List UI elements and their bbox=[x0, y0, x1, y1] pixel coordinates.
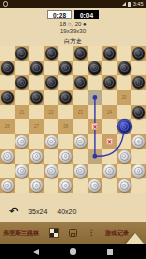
black-piece-sq8[interactable] bbox=[59, 61, 72, 74]
game-header: 0:28 0:04 18 ○, 20 ● 19x39x30 白方走 bbox=[0, 8, 146, 46]
white-piece-sq38[interactable] bbox=[59, 150, 72, 163]
light-square bbox=[15, 61, 30, 76]
black-clock: 0:04 bbox=[74, 10, 99, 19]
white-piece-sq32[interactable] bbox=[45, 135, 58, 148]
black-piece-sq12[interactable] bbox=[45, 76, 58, 89]
light-square bbox=[117, 75, 132, 90]
light-square bbox=[131, 119, 146, 134]
square-number: 26 bbox=[0, 119, 15, 134]
light-square bbox=[29, 46, 44, 61]
light-square bbox=[44, 119, 59, 134]
move-option-2[interactable]: 40x20 bbox=[57, 208, 76, 215]
light-square bbox=[117, 105, 132, 120]
light-square bbox=[0, 164, 15, 179]
square-number: 28 bbox=[58, 119, 73, 134]
white-clock: 0:28 bbox=[47, 10, 72, 19]
home-icon[interactable] bbox=[70, 248, 77, 255]
black-piece-sq9[interactable] bbox=[88, 61, 101, 74]
white-piece-sq50[interactable] bbox=[118, 179, 131, 192]
recents-icon[interactable] bbox=[107, 249, 113, 255]
undo-button[interactable]: ↶ bbox=[9, 207, 18, 216]
signal-icon bbox=[122, 2, 126, 6]
square-23[interactable]: 23 bbox=[73, 105, 88, 120]
light-square bbox=[44, 61, 59, 76]
light-square bbox=[131, 149, 146, 164]
light-square bbox=[29, 75, 44, 90]
square-24[interactable]: 24 bbox=[102, 105, 117, 120]
battery-icon bbox=[128, 2, 131, 7]
square-number: 20 bbox=[117, 90, 132, 105]
light-square bbox=[102, 149, 117, 164]
square-number: 24 bbox=[102, 105, 117, 120]
white-piece-sq43[interactable] bbox=[74, 164, 87, 177]
status-clock: 3:45 bbox=[133, 1, 144, 7]
square-22[interactable]: 22 bbox=[44, 105, 59, 120]
black-piece-sq10[interactable] bbox=[118, 61, 131, 74]
black-piece-sq3[interactable] bbox=[74, 47, 87, 60]
light-square bbox=[88, 105, 103, 120]
status-bar: 3:45 bbox=[0, 0, 146, 8]
light-square bbox=[58, 164, 73, 179]
white-piece-sq45[interactable] bbox=[132, 164, 145, 177]
white-piece-sq33[interactable] bbox=[74, 135, 87, 148]
light-square bbox=[73, 119, 88, 134]
light-square bbox=[117, 46, 132, 61]
bottom-app-bar: 弗里斯兰跳棋 ⋮ 游戏记录 bbox=[0, 222, 146, 244]
light-square bbox=[58, 134, 73, 149]
black-piece-sq2[interactable] bbox=[45, 47, 58, 60]
overflow-menu-icon[interactable]: ⋮ bbox=[87, 229, 95, 237]
light-square bbox=[15, 149, 30, 164]
light-square bbox=[0, 134, 15, 149]
light-square bbox=[88, 75, 103, 90]
light-square bbox=[131, 61, 146, 76]
white-piece-sq44[interactable] bbox=[103, 164, 116, 177]
light-square bbox=[102, 178, 117, 193]
square-28[interactable]: 28 bbox=[58, 119, 73, 134]
save-icon[interactable] bbox=[69, 229, 77, 237]
move-option-1[interactable]: 35x24 bbox=[28, 208, 47, 215]
light-square bbox=[58, 75, 73, 90]
white-piece-sq46[interactable] bbox=[1, 179, 14, 192]
android-nav-bar bbox=[0, 244, 146, 259]
white-piece-sq42[interactable] bbox=[45, 164, 58, 177]
light-square bbox=[73, 149, 88, 164]
draughts-board[interactable]: 2021222324262728 ✕✕ bbox=[0, 46, 146, 193]
light-square bbox=[29, 105, 44, 120]
black-piece-sq30[interactable] bbox=[118, 120, 131, 133]
white-piece-sq40[interactable] bbox=[118, 150, 131, 163]
white-piece-sq41[interactable] bbox=[15, 164, 28, 177]
light-square bbox=[102, 119, 117, 134]
light-square bbox=[15, 178, 30, 193]
capture-mark-sq34: ✕ bbox=[106, 138, 113, 145]
light-square bbox=[29, 134, 44, 149]
page-curl[interactable] bbox=[126, 233, 144, 244]
black-piece-sq4[interactable] bbox=[103, 47, 116, 60]
light-square bbox=[0, 105, 15, 120]
light-square bbox=[73, 178, 88, 193]
square-number: 27 bbox=[29, 119, 44, 134]
light-square bbox=[131, 178, 146, 193]
light-square bbox=[73, 90, 88, 105]
square-21[interactable]: 21 bbox=[15, 105, 30, 120]
light-square bbox=[44, 149, 59, 164]
square-27[interactable]: 27 bbox=[29, 119, 44, 134]
capture-mark-sq29: ✕ bbox=[91, 123, 98, 130]
light-square bbox=[117, 134, 132, 149]
light-square bbox=[88, 134, 103, 149]
square-19[interactable] bbox=[88, 90, 103, 105]
black-piece-sq16[interactable] bbox=[1, 91, 14, 104]
white-piece-sq37[interactable] bbox=[30, 150, 43, 163]
square-number: 23 bbox=[73, 105, 88, 120]
clocks: 0:28 0:04 bbox=[0, 8, 146, 19]
notification-circle-icon bbox=[3, 1, 9, 7]
light-square bbox=[44, 178, 59, 193]
black-piece-sq7[interactable] bbox=[30, 61, 43, 74]
light-square bbox=[88, 46, 103, 61]
square-number: 21 bbox=[15, 105, 30, 120]
app-title: 弗里斯兰跳棋 bbox=[3, 229, 39, 238]
last-move: 19x39x30 bbox=[0, 28, 146, 35]
light-square bbox=[102, 61, 117, 76]
square-26[interactable]: 26 bbox=[0, 119, 15, 134]
light-square bbox=[102, 90, 117, 105]
move-bar: ↶ 35x24 40x20 bbox=[0, 193, 146, 222]
light-square bbox=[58, 46, 73, 61]
light-square bbox=[88, 164, 103, 179]
app-screen: 3:45 0:28 0:04 18 ○, 20 ● 19x39x30 白方走 2… bbox=[0, 0, 146, 259]
piece-count: 18 ○, 20 ● bbox=[0, 21, 146, 28]
square-number: 22 bbox=[44, 105, 59, 120]
back-icon[interactable] bbox=[33, 249, 39, 255]
light-square bbox=[29, 164, 44, 179]
light-square bbox=[15, 119, 30, 134]
light-square bbox=[44, 90, 59, 105]
square-20[interactable]: 20 bbox=[117, 90, 132, 105]
white-piece-sq36[interactable] bbox=[1, 150, 14, 163]
black-piece-sq17[interactable] bbox=[30, 91, 43, 104]
light-square bbox=[131, 90, 146, 105]
light-square bbox=[117, 164, 132, 179]
light-square bbox=[0, 46, 15, 61]
square-39[interactable] bbox=[88, 149, 103, 164]
black-piece-sq6[interactable] bbox=[1, 61, 14, 74]
checkerboard-icon[interactable] bbox=[49, 228, 59, 238]
light-square bbox=[58, 105, 73, 120]
light-square bbox=[15, 90, 30, 105]
black-piece-sq25[interactable] bbox=[132, 106, 145, 119]
light-square bbox=[73, 61, 88, 76]
turn-indicator: 白方走 bbox=[0, 38, 146, 45]
light-square bbox=[0, 75, 15, 90]
